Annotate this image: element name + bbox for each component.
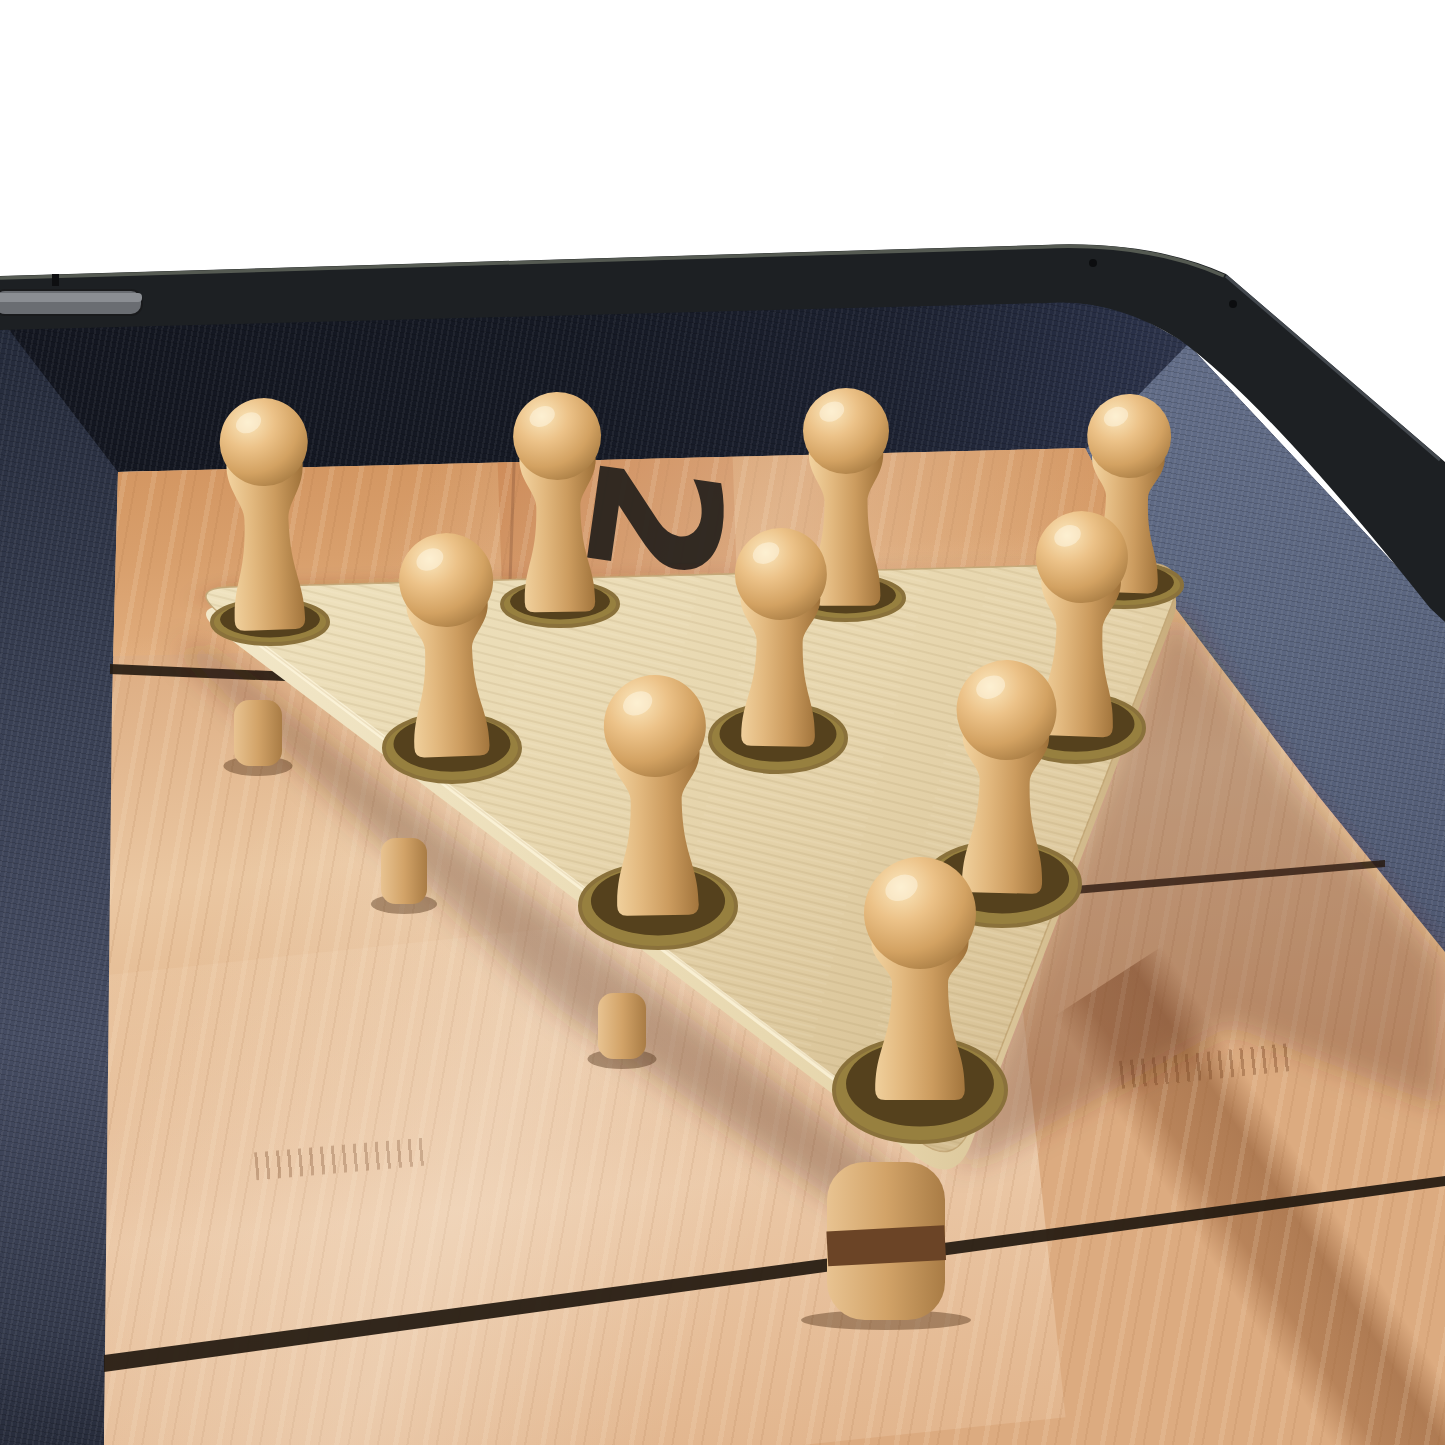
rail-screw	[1229, 300, 1237, 308]
rail-seam	[52, 274, 59, 286]
shuffleboard-table-photo: 2	[0, 0, 1445, 1445]
scene-overlay: 2	[0, 0, 1445, 1445]
rail-screw	[1089, 259, 1097, 267]
rail-latch-highlight	[0, 293, 142, 302]
